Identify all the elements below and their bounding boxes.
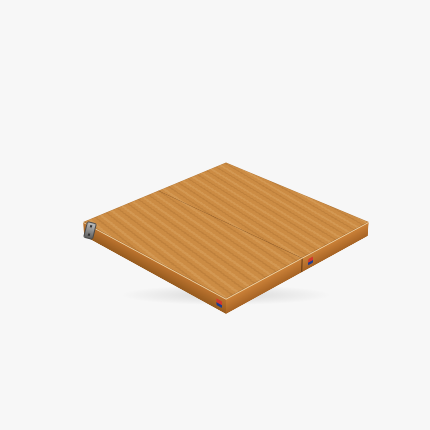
chess-board	[83, 162, 369, 298]
vixen-logo-icon	[216, 298, 222, 308]
brand-group-3	[216, 298, 223, 309]
product-photo-background	[0, 0, 430, 430]
box-fold-seam	[301, 258, 303, 273]
board-squares-grid	[102, 169, 351, 287]
brand-group-2	[308, 254, 317, 265]
brand-group-1	[248, 291, 250, 292]
chess-set-scene	[83, 162, 369, 298]
vixen-logo-icon	[308, 256, 313, 265]
